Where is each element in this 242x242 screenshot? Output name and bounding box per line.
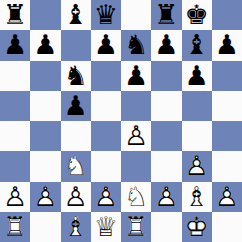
white-knight-glyph: ♘ <box>121 182 151 212</box>
black-bishop[interactable]: ♝ <box>182 30 212 60</box>
square-a6[interactable] <box>0 61 30 91</box>
white-pawn[interactable]: ♟♙ <box>121 121 151 151</box>
square-h3[interactable] <box>212 151 242 181</box>
square-e4[interactable]: ♟♙ <box>121 121 151 151</box>
square-b7[interactable]: ♟ <box>30 30 60 60</box>
square-c1[interactable]: ♝♗ <box>61 212 91 242</box>
square-f6[interactable] <box>151 61 181 91</box>
black-pawn[interactable]: ♟ <box>91 30 121 60</box>
square-f1[interactable] <box>151 212 181 242</box>
square-c8[interactable]: ♝ <box>61 0 91 30</box>
square-e3[interactable] <box>121 151 151 181</box>
square-d5[interactable] <box>91 91 121 121</box>
square-h5[interactable] <box>212 91 242 121</box>
square-h1[interactable] <box>212 212 242 242</box>
square-g4[interactable] <box>182 121 212 151</box>
square-d3[interactable] <box>91 151 121 181</box>
black-pawn[interactable]: ♟ <box>30 30 60 60</box>
black-knight-glyph: ♞ <box>121 30 151 60</box>
white-pawn[interactable]: ♟♙ <box>91 182 121 212</box>
square-f7[interactable]: ♟ <box>151 30 181 60</box>
black-pawn[interactable]: ♟ <box>121 61 151 91</box>
square-h4[interactable] <box>212 121 242 151</box>
square-g8[interactable]: ♚ <box>182 0 212 30</box>
black-knight[interactable]: ♞ <box>61 61 91 91</box>
square-d2[interactable]: ♟♙ <box>91 182 121 212</box>
square-f2[interactable]: ♟♙ <box>151 182 181 212</box>
black-rook-glyph: ♜ <box>0 0 30 30</box>
black-knight[interactable]: ♞ <box>121 30 151 60</box>
square-c3[interactable]: ♞♘ <box>61 151 91 181</box>
white-pawn-glyph: ♙ <box>151 182 181 212</box>
square-h6[interactable] <box>212 61 242 91</box>
square-b2[interactable]: ♟♙ <box>30 182 60 212</box>
white-pawn-glyph: ♙ <box>61 182 91 212</box>
square-b8[interactable] <box>30 0 60 30</box>
square-a5[interactable] <box>0 91 30 121</box>
black-pawn-glyph: ♟ <box>91 30 121 60</box>
white-pawn-glyph: ♙ <box>91 182 121 212</box>
black-rook[interactable]: ♜ <box>151 0 181 30</box>
black-pawn-glyph: ♟ <box>61 91 91 121</box>
white-rook-glyph: ♖ <box>121 212 151 242</box>
square-f4[interactable] <box>151 121 181 151</box>
square-h7[interactable]: ♟ <box>212 30 242 60</box>
square-c6[interactable]: ♞ <box>61 61 91 91</box>
square-b1[interactable] <box>30 212 60 242</box>
black-pawn-glyph: ♟ <box>121 61 151 91</box>
square-a1[interactable]: ♜♖ <box>0 212 30 242</box>
black-knight-glyph: ♞ <box>61 61 91 91</box>
square-f5[interactable] <box>151 91 181 121</box>
black-pawn[interactable]: ♟ <box>151 30 181 60</box>
black-pawn-glyph: ♟ <box>0 30 30 60</box>
white-knight[interactable]: ♞♘ <box>121 182 151 212</box>
square-g5[interactable] <box>182 91 212 121</box>
black-pawn[interactable]: ♟ <box>212 30 242 60</box>
square-f3[interactable] <box>151 151 181 181</box>
square-a2[interactable]: ♟♙ <box>0 182 30 212</box>
black-queen-glyph: ♛ <box>91 0 121 30</box>
black-bishop[interactable]: ♝ <box>61 0 91 30</box>
black-king[interactable]: ♚ <box>182 0 212 30</box>
square-d8[interactable]: ♛ <box>91 0 121 30</box>
black-pawn[interactable]: ♟ <box>61 91 91 121</box>
square-d1[interactable]: ♛♕ <box>91 212 121 242</box>
white-bishop[interactable]: ♝♗ <box>182 182 212 212</box>
white-pawn[interactable]: ♟♙ <box>212 182 242 212</box>
white-rook-glyph: ♖ <box>0 212 30 242</box>
black-pawn-glyph: ♟ <box>30 30 60 60</box>
white-pawn[interactable]: ♟♙ <box>151 182 181 212</box>
black-rook-glyph: ♜ <box>151 0 181 30</box>
square-a8[interactable]: ♜ <box>0 0 30 30</box>
black-queen[interactable]: ♛ <box>91 0 121 30</box>
white-pawn[interactable]: ♟♙ <box>61 182 91 212</box>
white-pawn-glyph: ♙ <box>0 182 30 212</box>
chess-board: ♜♝♛♜♚♟♟♟♞♟♝♟♞♟♟♟♟♙♞♘♟♙♟♙♟♙♟♙♟♙♞♘♟♙♝♗♟♙♜♖… <box>0 0 242 242</box>
white-pawn-glyph: ♙ <box>182 151 212 181</box>
white-knight[interactable]: ♞♘ <box>61 151 91 181</box>
square-b6[interactable] <box>30 61 60 91</box>
white-bishop-glyph: ♗ <box>182 182 212 212</box>
white-pawn[interactable]: ♟♙ <box>182 151 212 181</box>
square-g1[interactable]: ♚♔ <box>182 212 212 242</box>
square-c4[interactable] <box>61 121 91 151</box>
square-e8[interactable] <box>121 0 151 30</box>
white-knight-glyph: ♘ <box>61 151 91 181</box>
square-a4[interactable] <box>0 121 30 151</box>
square-c5[interactable]: ♟ <box>61 91 91 121</box>
square-c7[interactable] <box>61 30 91 60</box>
square-g2[interactable]: ♝♗ <box>182 182 212 212</box>
white-pawn[interactable]: ♟♙ <box>0 182 30 212</box>
white-queen-glyph: ♕ <box>91 212 121 242</box>
white-pawn-glyph: ♙ <box>121 121 151 151</box>
square-g3[interactable]: ♟♙ <box>182 151 212 181</box>
square-e7[interactable]: ♞ <box>121 30 151 60</box>
square-g6[interactable]: ♟ <box>182 61 212 91</box>
square-e5[interactable] <box>121 91 151 121</box>
black-pawn-glyph: ♟ <box>151 30 181 60</box>
white-rook[interactable]: ♜♖ <box>121 212 151 242</box>
black-bishop-glyph: ♝ <box>182 30 212 60</box>
square-h2[interactable]: ♟♙ <box>212 182 242 212</box>
square-c2[interactable]: ♟♙ <box>61 182 91 212</box>
white-bishop-glyph: ♗ <box>61 212 91 242</box>
square-b3[interactable] <box>30 151 60 181</box>
white-pawn[interactable]: ♟♙ <box>30 182 60 212</box>
square-a3[interactable] <box>0 151 30 181</box>
square-h8[interactable] <box>212 0 242 30</box>
white-pawn-glyph: ♙ <box>212 182 242 212</box>
square-e1[interactable]: ♜♖ <box>121 212 151 242</box>
square-a7[interactable]: ♟ <box>0 30 30 60</box>
white-queen[interactable]: ♛♕ <box>91 212 121 242</box>
square-f8[interactable]: ♜ <box>151 0 181 30</box>
square-e6[interactable]: ♟ <box>121 61 151 91</box>
white-king[interactable]: ♚♔ <box>182 212 212 242</box>
black-pawn[interactable]: ♟ <box>182 61 212 91</box>
black-pawn-glyph: ♟ <box>182 61 212 91</box>
white-bishop[interactable]: ♝♗ <box>61 212 91 242</box>
square-d6[interactable] <box>91 61 121 91</box>
black-bishop-glyph: ♝ <box>61 0 91 30</box>
square-e2[interactable]: ♞♘ <box>121 182 151 212</box>
white-king-glyph: ♔ <box>182 212 212 242</box>
white-rook[interactable]: ♜♖ <box>0 212 30 242</box>
black-pawn[interactable]: ♟ <box>0 30 30 60</box>
square-g7[interactable]: ♝ <box>182 30 212 60</box>
white-pawn-glyph: ♙ <box>30 182 60 212</box>
square-b5[interactable] <box>30 91 60 121</box>
black-king-glyph: ♚ <box>182 0 212 30</box>
square-d4[interactable] <box>91 121 121 151</box>
black-pawn-glyph: ♟ <box>212 30 242 60</box>
black-rook[interactable]: ♜ <box>0 0 30 30</box>
square-b4[interactable] <box>30 121 60 151</box>
square-d7[interactable]: ♟ <box>91 30 121 60</box>
